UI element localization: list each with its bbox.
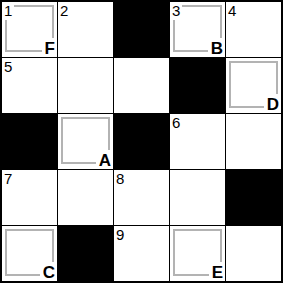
cell-2-4[interactable] [226,114,281,169]
crossword-board: 1F23B45DA678C9E [0,0,283,283]
clue-number: 5 [4,58,14,76]
cell-1-4[interactable]: D [226,58,281,113]
cell-1-2[interactable] [114,58,169,113]
clue-number: 3 [172,2,182,20]
cell-3-1[interactable] [58,170,113,225]
clue-number: 2 [60,2,70,20]
cell-0-1[interactable]: 2 [58,2,113,57]
solution-letter-label: D [264,94,280,113]
cell-0-3[interactable]: 3B [170,2,225,57]
cell-4-2[interactable]: 9 [114,226,169,281]
clue-number: 8 [116,170,126,188]
cell-3-3[interactable] [170,170,225,225]
cell-0-4[interactable]: 4 [226,2,281,57]
clue-number: 9 [116,226,126,244]
solution-letter-label: C [40,262,56,281]
black-cell-1-3 [170,58,225,113]
cell-1-0[interactable]: 5 [2,58,57,113]
black-cell-3-4 [226,170,281,225]
black-cell-4-1 [58,226,113,281]
cell-2-3[interactable]: 6 [170,114,225,169]
cell-1-1[interactable] [58,58,113,113]
black-cell-2-2 [114,114,169,169]
clue-number: 7 [4,170,14,188]
cell-4-3[interactable]: E [170,226,225,281]
cell-4-0[interactable]: C [2,226,57,281]
cell-2-1[interactable]: A [58,114,113,169]
solution-letter-label: F [42,38,56,57]
cell-4-4[interactable] [226,226,281,281]
clue-number: 1 [4,2,14,20]
solution-letter-label: B [208,38,224,57]
cell-3-2[interactable]: 8 [114,170,169,225]
cell-3-0[interactable]: 7 [2,170,57,225]
cell-0-0[interactable]: 1F [2,2,57,57]
solution-letter-label: E [209,262,224,281]
black-cell-0-2 [114,2,169,57]
clue-number: 4 [228,2,238,20]
clue-number: 6 [172,114,182,132]
solution-letter-label: A [96,150,112,169]
black-cell-2-0 [2,114,57,169]
